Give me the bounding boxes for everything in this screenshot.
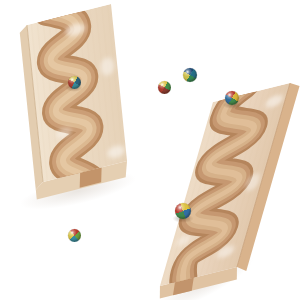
marble-m3 — [225, 91, 239, 105]
marble-m1 — [158, 81, 171, 94]
marble-m6 — [68, 229, 81, 242]
scene — [0, 0, 300, 300]
marble-m4 — [68, 76, 81, 89]
marble-m5 — [175, 203, 191, 219]
marble-m2 — [183, 68, 197, 82]
right-track-board — [153, 78, 300, 300]
left-track-board — [17, 2, 137, 206]
